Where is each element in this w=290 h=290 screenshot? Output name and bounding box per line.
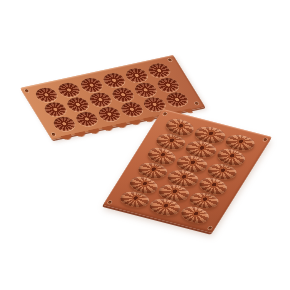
bundt-cavity: [99, 71, 127, 89]
bundt-cavity: [108, 85, 136, 103]
bundt-cavity: [86, 90, 114, 108]
hanging-hole: [208, 226, 213, 229]
hanging-hole: [25, 89, 30, 92]
bundt-cavity: [162, 90, 190, 108]
bundt-cavity: [63, 95, 91, 113]
bundt-cavity: [131, 81, 159, 99]
bundt-cavity: [72, 110, 100, 128]
hanging-hole: [51, 133, 56, 136]
bundt-cavity: [122, 66, 150, 84]
bundt-cavity: [95, 105, 123, 123]
bundt-cavity: [144, 61, 172, 79]
bundt-cavity: [77, 76, 105, 94]
hanging-hole: [108, 201, 113, 204]
hanging-hole: [168, 58, 173, 61]
bundt-cavity: [50, 115, 78, 133]
product-photo-scene: [0, 0, 290, 290]
bundt-cavity: [153, 76, 181, 94]
hanging-hole: [263, 138, 268, 141]
bundt-cavity: [32, 86, 60, 104]
bundt-cavity: [54, 81, 82, 99]
mold-grid: [115, 116, 261, 226]
hanging-hole: [194, 102, 199, 105]
hanging-hole: [163, 112, 168, 115]
bundt-cavity: [117, 100, 145, 118]
bundt-cavity: [41, 100, 69, 118]
